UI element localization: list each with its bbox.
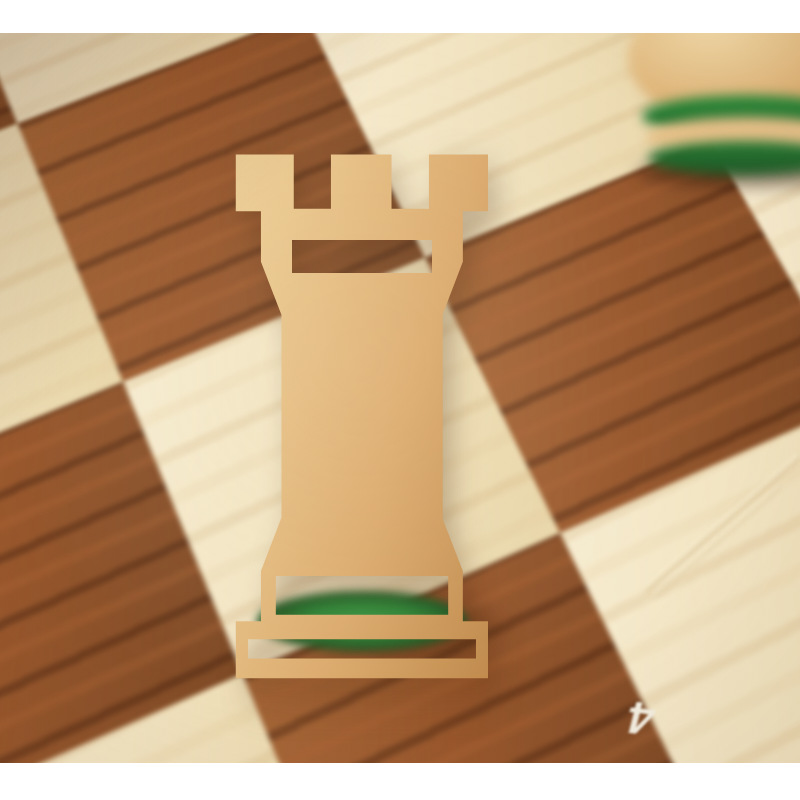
- letterbox-top: [0, 0, 800, 33]
- white-rook[interactable]: ♜: [124, 72, 600, 763]
- photo-area: 4 ♜: [0, 33, 800, 763]
- chessboard-photo: 4 ♜: [0, 0, 800, 800]
- letterbox-bottom: [0, 763, 800, 800]
- rank-label-4: 4: [600, 690, 682, 746]
